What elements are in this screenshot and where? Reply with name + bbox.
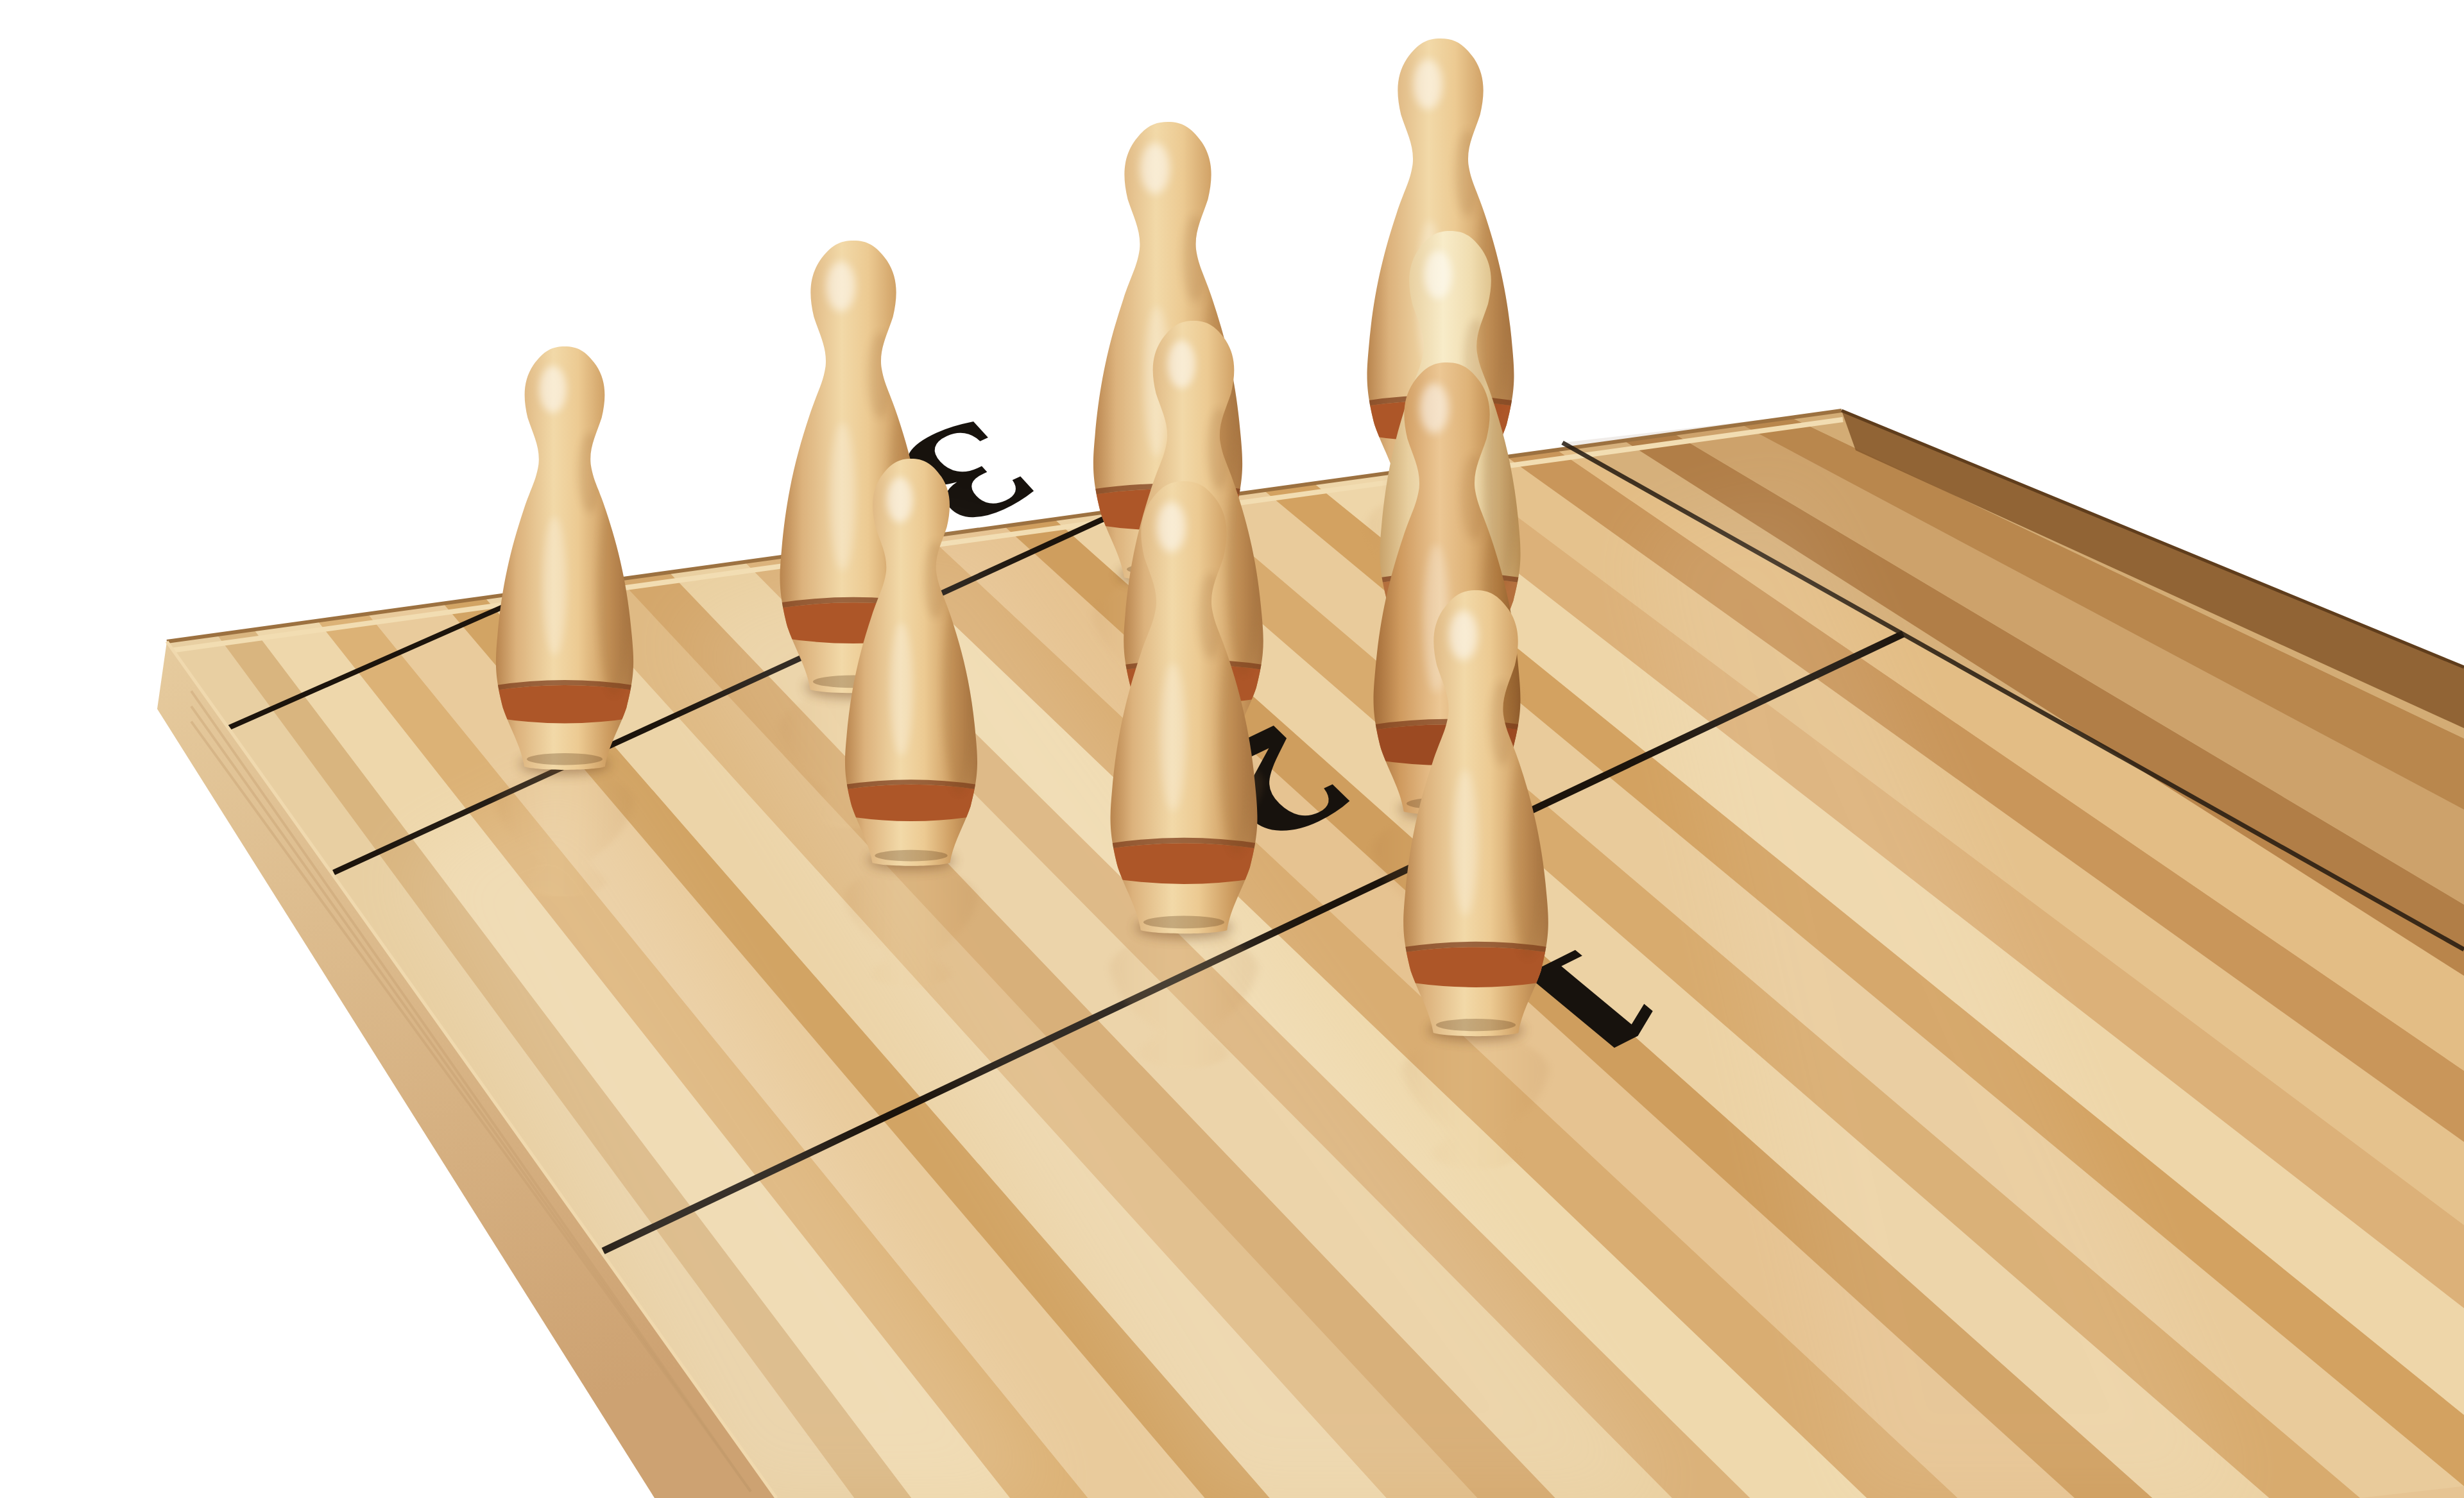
photo-shuffleboard-bowling-board: 321	[0, 0, 2464, 1498]
scene-svg: 321	[0, 0, 2464, 1498]
bowling-pin-7-back-left[interactable]	[491, 346, 638, 770]
